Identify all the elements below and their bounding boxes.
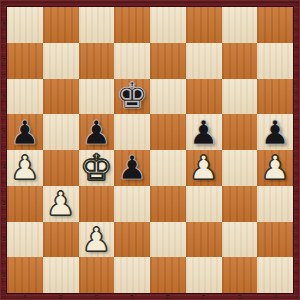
piece-white-pawn[interactable]: ♟ [10,151,40,184]
file-label-F: F [202,294,206,300]
square-c2[interactable]: ♟ [79,222,115,258]
board: ♚♟♟♟♟♟♚♟♟♟♟♟ [7,7,293,293]
file-label-A: A [23,294,27,300]
board-frame: ♚♟♟♟♟♟♚♟♟♟♟♟ 87654321ABCDEFGH [0,0,300,300]
square-f5[interactable]: ♟ [186,114,222,150]
square-h2[interactable] [257,222,293,258]
square-h5[interactable]: ♟ [257,114,293,150]
square-a5[interactable]: ♟ [7,114,43,150]
piece-black-pawn[interactable]: ♟ [260,116,290,149]
square-g2[interactable] [222,222,258,258]
square-f8[interactable] [186,7,222,43]
square-f3[interactable] [186,186,222,222]
square-d8[interactable] [114,7,150,43]
rank-label-5: 5 [1,129,7,135]
square-c6[interactable] [79,79,115,115]
square-d5[interactable] [114,114,150,150]
rank-label-6: 6 [1,93,7,99]
square-g1[interactable] [222,257,258,293]
square-b5[interactable] [43,114,79,150]
square-e7[interactable] [150,43,186,79]
square-b1[interactable] [43,257,79,293]
square-c4[interactable]: ♚ [79,150,115,186]
piece-white-pawn[interactable]: ♟ [46,187,76,220]
square-a4[interactable]: ♟ [7,150,43,186]
square-b8[interactable] [43,7,79,43]
rank-label-1: 1 [1,272,7,278]
rank-label-8: 8 [1,21,7,27]
square-d3[interactable] [114,186,150,222]
piece-black-pawn[interactable]: ♟ [10,116,40,149]
rank-label-2: 2 [1,236,7,242]
square-b2[interactable] [43,222,79,258]
square-a6[interactable] [7,79,43,115]
file-label-B: B [58,294,62,300]
piece-white-pawn[interactable]: ♟ [260,151,290,184]
square-h7[interactable] [257,43,293,79]
square-b3[interactable]: ♟ [43,186,79,222]
square-e1[interactable] [150,257,186,293]
square-c1[interactable] [79,257,115,293]
file-label-G: G [237,294,242,300]
square-e2[interactable] [150,222,186,258]
square-e8[interactable] [150,7,186,43]
square-f1[interactable] [186,257,222,293]
square-e5[interactable] [150,114,186,150]
square-h4[interactable]: ♟ [257,150,293,186]
square-g4[interactable] [222,150,258,186]
file-label-H: H [273,294,277,300]
square-d1[interactable] [114,257,150,293]
square-a2[interactable] [7,222,43,258]
square-e3[interactable] [150,186,186,222]
square-g3[interactable] [222,186,258,222]
square-b6[interactable] [43,79,79,115]
square-b4[interactable] [43,150,79,186]
piece-black-pawn[interactable]: ♟ [117,151,147,184]
square-f7[interactable] [186,43,222,79]
square-a3[interactable] [7,186,43,222]
square-c8[interactable] [79,7,115,43]
file-label-C: C [94,294,98,300]
piece-black-pawn[interactable]: ♟ [189,116,219,149]
square-d7[interactable] [114,43,150,79]
piece-white-pawn[interactable]: ♟ [189,151,219,184]
piece-black-king[interactable]: ♚ [116,79,148,115]
square-a7[interactable] [7,43,43,79]
piece-white-pawn[interactable]: ♟ [82,223,112,256]
square-f4[interactable]: ♟ [186,150,222,186]
square-h1[interactable] [257,257,293,293]
square-e6[interactable] [150,79,186,115]
square-e4[interactable] [150,150,186,186]
piece-black-pawn[interactable]: ♟ [82,116,112,149]
square-f2[interactable] [186,222,222,258]
square-a8[interactable] [7,7,43,43]
file-label-E: E [166,294,170,300]
square-c3[interactable] [79,186,115,222]
square-g6[interactable] [222,79,258,115]
square-b7[interactable] [43,43,79,79]
piece-white-king[interactable]: ♚ [80,150,112,186]
rank-label-7: 7 [1,57,7,63]
rank-label-4: 4 [1,164,7,170]
square-h8[interactable] [257,7,293,43]
square-d2[interactable] [114,222,150,258]
rank-label-3: 3 [1,200,7,206]
square-c5[interactable]: ♟ [79,114,115,150]
file-label-D: D [130,294,134,300]
square-a1[interactable] [7,257,43,293]
square-g5[interactable] [222,114,258,150]
square-h3[interactable] [257,186,293,222]
square-h6[interactable] [257,79,293,115]
square-d4[interactable]: ♟ [114,150,150,186]
square-g8[interactable] [222,7,258,43]
square-d6[interactable]: ♚ [114,79,150,115]
square-f6[interactable] [186,79,222,115]
square-g7[interactable] [222,43,258,79]
square-c7[interactable] [79,43,115,79]
